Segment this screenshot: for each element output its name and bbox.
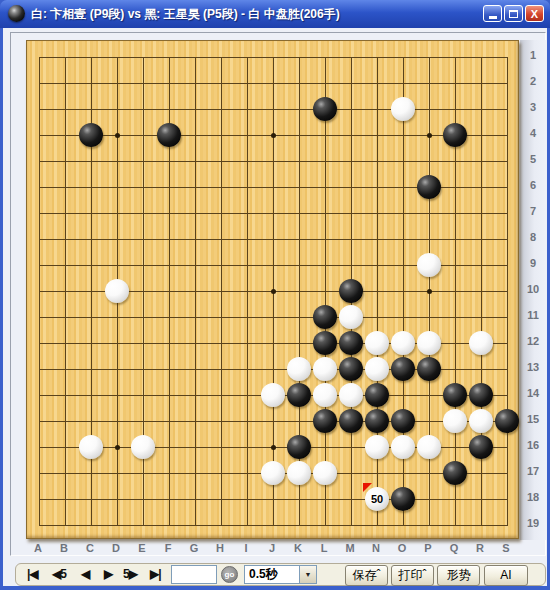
black-stone-O15	[391, 409, 415, 433]
grid-line	[325, 57, 326, 526]
white-stone-P16	[417, 435, 441, 459]
nav-last-button[interactable]: ▶|	[150, 567, 161, 583]
white-stone-L14	[313, 383, 337, 407]
nav-back-5-button[interactable]: ◀5	[52, 567, 66, 583]
black-stone-M10	[339, 279, 363, 303]
star-point	[271, 445, 276, 450]
territory-button[interactable]: 形势	[437, 565, 480, 586]
black-stone-Q4	[443, 123, 467, 147]
row-label-13: 13	[521, 361, 545, 373]
black-stone-O13	[391, 357, 415, 381]
white-stone-C16	[79, 435, 103, 459]
maximize-button[interactable]	[504, 5, 523, 22]
close-button[interactable]: X	[525, 5, 544, 22]
column-label-Q: Q	[444, 542, 464, 554]
white-stone-P9	[417, 253, 441, 277]
chevron-down-icon: ▼	[305, 571, 312, 578]
ai-button[interactable]: AI	[484, 565, 528, 586]
go-board[interactable]: 50	[26, 40, 519, 539]
black-stone-L11	[313, 305, 337, 329]
black-stone-P13	[417, 357, 441, 381]
column-label-L: L	[314, 542, 334, 554]
row-label-19: 19	[521, 517, 545, 529]
white-stone-N13	[365, 357, 389, 381]
column-label-B: B	[54, 542, 74, 554]
column-label-M: M	[340, 542, 360, 554]
white-stone-O12	[391, 331, 415, 355]
row-label-4: 4	[521, 127, 545, 139]
dropdown-button[interactable]: ▼	[299, 566, 316, 583]
white-stone-O16	[391, 435, 415, 459]
star-point	[427, 133, 432, 138]
white-stone-O3	[391, 97, 415, 121]
black-stone-N15	[365, 409, 389, 433]
app-window: 白: 卞相壹 (P9段) vs 黑: 王星昊 (P5段) - 白 中盘胜(206…	[0, 0, 550, 590]
white-stone-K17	[287, 461, 311, 485]
white-stone-M14	[339, 383, 363, 407]
delay-value: 0.5秒	[245, 566, 299, 583]
row-label-6: 6	[521, 179, 545, 191]
column-label-D: D	[106, 542, 126, 554]
black-stone-C4	[79, 123, 103, 147]
row-label-7: 7	[521, 205, 545, 217]
black-stone-L3	[313, 97, 337, 121]
print-button[interactable]: 打印ˆ	[391, 565, 434, 586]
black-stone-Q17	[443, 461, 467, 485]
nav-back-button[interactable]: ◀	[81, 567, 89, 583]
black-stone-K16	[287, 435, 311, 459]
column-label-C: C	[80, 542, 100, 554]
white-stone-J14	[261, 383, 285, 407]
save-button[interactable]: 保存ˆ	[345, 565, 388, 586]
grid-line	[39, 421, 508, 422]
column-label-A: A	[28, 542, 48, 554]
black-stone-Q14	[443, 383, 467, 407]
black-stone-R16	[469, 435, 493, 459]
black-stone-L12	[313, 331, 337, 355]
row-label-11: 11	[521, 309, 545, 321]
row-label-5: 5	[521, 153, 545, 165]
white-stone-R15	[469, 409, 493, 433]
star-point	[271, 289, 276, 294]
row-label-17: 17	[521, 465, 545, 477]
last-move-marker-icon	[363, 483, 372, 492]
white-stone-L13	[313, 357, 337, 381]
black-stone-P6	[417, 175, 441, 199]
nav-forward-button[interactable]: ▶	[104, 567, 112, 583]
row-label-18: 18	[521, 491, 545, 503]
white-stone-Q15	[443, 409, 467, 433]
move-number-input[interactable]	[171, 565, 217, 584]
column-label-R: R	[470, 542, 490, 554]
black-stone-K14	[287, 383, 311, 407]
row-label-8: 8	[521, 231, 545, 243]
black-stone-N14	[365, 383, 389, 407]
black-stone-M13	[339, 357, 363, 381]
black-stone-M15	[339, 409, 363, 433]
row-label-10: 10	[521, 283, 545, 295]
white-stone-N18: 50	[365, 487, 389, 511]
star-point	[115, 133, 120, 138]
black-stone-F4	[157, 123, 181, 147]
window-title: 白: 卞相壹 (P9段) vs 黑: 王星昊 (P5段) - 白 中盘胜(206…	[31, 6, 340, 23]
row-label-3: 3	[521, 101, 545, 113]
star-point	[427, 289, 432, 294]
white-stone-E16	[131, 435, 155, 459]
row-label-1: 1	[521, 49, 545, 61]
grid-line	[39, 499, 508, 500]
white-stone-M11	[339, 305, 363, 329]
delay-select[interactable]: 0.5秒 ▼	[244, 565, 317, 584]
black-stone-O18	[391, 487, 415, 511]
column-label-P: P	[418, 542, 438, 554]
black-stone-L15	[313, 409, 337, 433]
go-stone-app-icon	[8, 5, 25, 22]
column-label-K: K	[288, 542, 308, 554]
white-stone-J17	[261, 461, 285, 485]
row-label-9: 9	[521, 257, 545, 269]
row-label-12: 12	[521, 335, 545, 347]
minimize-button[interactable]	[483, 5, 502, 22]
white-stone-D10	[105, 279, 129, 303]
grid-line	[39, 525, 508, 526]
white-stone-K13	[287, 357, 311, 381]
white-stone-N12	[365, 331, 389, 355]
column-label-I: I	[236, 542, 256, 554]
nav-forward-5-button[interactable]: 5▶	[123, 567, 137, 583]
column-label-E: E	[132, 542, 152, 554]
nav-first-button[interactable]: |◀	[27, 567, 38, 583]
go-button[interactable]: go	[221, 566, 238, 583]
maximize-icon	[509, 10, 518, 18]
column-label-F: F	[158, 542, 178, 554]
column-label-S: S	[496, 542, 516, 554]
white-stone-R12	[469, 331, 493, 355]
star-point	[115, 445, 120, 450]
title-bar[interactable]: 白: 卞相壹 (P9段) vs 黑: 王星昊 (P5段) - 白 中盘胜(206…	[0, 0, 550, 28]
white-stone-P12	[417, 331, 441, 355]
column-label-G: G	[184, 542, 204, 554]
grid-line	[39, 317, 508, 318]
grid-line	[507, 57, 508, 526]
black-stone-R14	[469, 383, 493, 407]
white-stone-N16	[365, 435, 389, 459]
black-stone-M12	[339, 331, 363, 355]
close-icon: X	[531, 8, 538, 20]
column-label-O: O	[392, 542, 412, 554]
column-label-N: N	[366, 542, 386, 554]
white-stone-L17	[313, 461, 337, 485]
column-label-H: H	[210, 542, 230, 554]
row-label-14: 14	[521, 387, 545, 399]
column-label-J: J	[262, 542, 282, 554]
minimize-icon	[489, 16, 497, 19]
row-label-2: 2	[521, 75, 545, 87]
row-label-15: 15	[521, 413, 545, 425]
row-label-16: 16	[521, 439, 545, 451]
star-point	[271, 133, 276, 138]
black-stone-S15	[495, 409, 519, 433]
